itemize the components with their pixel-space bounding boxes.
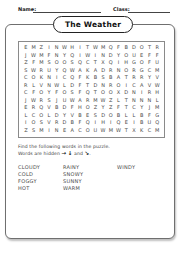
- grid-cell: X: [115, 89, 123, 97]
- grid-cell: T: [92, 89, 100, 97]
- grid-cell: S: [68, 89, 76, 97]
- grid-cell: Q: [84, 89, 92, 97]
- grid-cell: W: [61, 44, 69, 52]
- grid-cell: F: [153, 52, 161, 60]
- grid-cell: Q: [153, 119, 161, 127]
- grid-cell: O: [84, 104, 92, 112]
- grid-cell: E: [61, 127, 69, 135]
- grid-cell: U: [130, 52, 138, 60]
- grid-cell: C: [84, 59, 92, 67]
- grid-cell: O: [30, 119, 38, 127]
- grid-cell: X: [99, 59, 107, 67]
- grid-cell: O: [138, 44, 146, 52]
- grid-cell: S: [68, 59, 76, 67]
- word-list-item: WARM: [63, 185, 83, 192]
- grid-cell: B: [76, 112, 84, 120]
- grid-cell: Q: [107, 44, 115, 52]
- grid-cell: W: [153, 82, 161, 90]
- grid-cell: Z: [22, 59, 30, 67]
- grid-cell: F: [76, 119, 84, 127]
- grid-cell: E: [22, 104, 30, 112]
- grid-cell: O: [138, 59, 146, 67]
- grid-cell: N: [53, 52, 61, 60]
- grid-cell: M: [37, 127, 45, 135]
- grid-cell: W: [30, 52, 38, 60]
- word-list-column-3: WINDY: [117, 164, 135, 171]
- worksheet-page: { "game": "word-search", "header": { "na…: [0, 0, 180, 255]
- grid-cell: C: [30, 112, 38, 120]
- grid-cell: J: [53, 97, 61, 105]
- grid-cell: B: [53, 104, 61, 112]
- grid-cell: N: [99, 82, 107, 90]
- instructions-and-word: and: [74, 151, 83, 156]
- class-blank-line: [128, 11, 170, 13]
- grid-cell: J: [22, 97, 30, 105]
- grid-cell: L: [30, 82, 38, 90]
- grid-cell: E: [138, 52, 146, 60]
- grid-cell: Y: [61, 112, 69, 120]
- grid-cell: L: [122, 112, 130, 120]
- grid-cell: Z: [107, 104, 115, 112]
- grid-cell: C: [61, 74, 69, 82]
- grid-cell: I: [53, 74, 61, 82]
- grid-cell: C: [130, 82, 138, 90]
- grid-cell: R: [22, 82, 30, 90]
- grid-cell: M: [153, 127, 161, 135]
- grid-cell: M: [92, 97, 100, 105]
- grid-cell: W: [68, 67, 76, 75]
- grid-cell: I: [45, 127, 53, 135]
- grid-cell: T: [122, 104, 130, 112]
- grid-cell: B: [122, 44, 130, 52]
- grid-cell: I: [138, 89, 146, 97]
- grid-cell: O: [122, 67, 130, 75]
- word-list-item: RAINY: [63, 164, 83, 171]
- grid-cell: Q: [76, 59, 84, 67]
- grid-cell: O: [122, 52, 130, 60]
- grid-cell: F: [53, 89, 61, 97]
- grid-cell: M: [99, 44, 107, 52]
- puzzle-grid-box: EMZINWHITWMQFBDOTRJWMFNYQIWINDYOUEFFZFMS…: [18, 41, 165, 138]
- grid-cell: T: [122, 127, 130, 135]
- grid-cell: F: [146, 52, 154, 60]
- grid-cell: R: [37, 67, 45, 75]
- grid-cell: C: [22, 74, 30, 82]
- grid-cell: Z: [22, 127, 30, 135]
- grid-cell: D: [53, 112, 61, 120]
- grid-cell: M: [153, 104, 161, 112]
- grid-cell: W: [53, 82, 61, 90]
- grid-cell: D: [61, 104, 69, 112]
- grid-cell: A: [76, 97, 84, 105]
- grid-cell: O: [37, 89, 45, 97]
- grid-cell: F: [30, 89, 38, 97]
- grid-cell: R: [146, 89, 154, 97]
- grid-cell: U: [146, 119, 154, 127]
- grid-cell: Z: [37, 44, 45, 52]
- grid-cell: C: [76, 127, 84, 135]
- grid-cell: D: [130, 44, 138, 52]
- grid-cell: Y: [138, 104, 146, 112]
- grid-cell: E: [122, 119, 130, 127]
- grid-cell: N: [130, 97, 138, 105]
- grid-cell: I: [122, 82, 130, 90]
- grid-cell: N: [53, 44, 61, 52]
- grid-cell: C: [146, 127, 154, 135]
- grid-cell: M: [30, 44, 38, 52]
- grid-cell: N: [45, 82, 53, 90]
- grid-cell: K: [138, 127, 146, 135]
- grid-cell: F: [76, 82, 84, 90]
- grid-cell: A: [138, 82, 146, 90]
- grid-cell: N: [99, 52, 107, 60]
- word-list-item: SNOWY: [63, 171, 83, 178]
- grid-cell: I: [92, 52, 100, 60]
- title-banner: The Weather: [53, 16, 133, 33]
- grid-cell: V: [153, 74, 161, 82]
- grid-cell: D: [99, 67, 107, 75]
- grid-cell: R: [130, 67, 138, 75]
- grid-cell: N: [115, 67, 123, 75]
- worksheet-border: EMZINWHITWMQFBDOTRJWMFNYQIWINDYOUEFFZFMS…: [5, 24, 175, 239]
- grid-cell: V: [146, 82, 154, 90]
- grid-cell: Y: [99, 104, 107, 112]
- grid-cell: W: [30, 97, 38, 105]
- grid-cell: C: [22, 89, 30, 97]
- grid-cell: U: [61, 97, 69, 105]
- grid-cell: W: [99, 97, 107, 105]
- grid-cell: H: [122, 59, 130, 67]
- grid-cell: K: [84, 67, 92, 75]
- grid-cell: M: [37, 52, 45, 60]
- word-list-item: SUNNY: [63, 178, 83, 185]
- grid-cell: N: [53, 127, 61, 135]
- word-list-item: CLOUDY: [18, 164, 40, 171]
- grid-cell: W: [68, 97, 76, 105]
- grid-cell: L: [130, 112, 138, 120]
- instructions-line1: Find the following words in the puzzle.: [18, 144, 110, 149]
- grid-cell: Q: [107, 59, 115, 67]
- grid-cell: H: [76, 104, 84, 112]
- grid-cell: O: [37, 112, 45, 120]
- grid-cell: D: [107, 52, 115, 60]
- grid-cell: Q: [115, 119, 123, 127]
- grid-cell: D: [92, 82, 100, 90]
- grid-cell: O: [61, 59, 69, 67]
- grid-cell: O: [30, 74, 38, 82]
- grid-cell: Z: [107, 97, 115, 105]
- grid-cell: D: [99, 112, 107, 120]
- grid-cell: B: [115, 112, 123, 120]
- grid-cell: J: [146, 104, 154, 112]
- grid-cell: Y: [146, 74, 154, 82]
- grid-cell: O: [61, 89, 69, 97]
- grid-cell: L: [61, 82, 69, 90]
- grid-cell: L: [22, 112, 30, 120]
- grid-cell: A: [92, 67, 100, 75]
- grid-cell: F: [45, 52, 53, 60]
- grid-cell: S: [45, 97, 53, 105]
- grid-cell: S: [99, 74, 107, 82]
- grid-cell: A: [68, 127, 76, 135]
- grid-cell: H: [153, 89, 161, 97]
- grid-cell: Q: [37, 104, 45, 112]
- grid-cell: F: [146, 59, 154, 67]
- grid-cell: N: [45, 74, 53, 82]
- grid-cell: T: [146, 44, 154, 52]
- name-blank-line: [33, 11, 101, 13]
- grid-cell: R: [130, 74, 138, 82]
- grid-cell: S: [92, 112, 100, 120]
- grid-cell: F: [115, 44, 123, 52]
- grid-cell: N: [146, 97, 154, 105]
- instructions-line2-text: Words are hidden: [18, 151, 60, 156]
- grid-cell: T: [84, 82, 92, 90]
- grid-cell: T: [84, 44, 92, 52]
- grid-cell: R: [107, 82, 115, 90]
- grid-cell: A: [115, 74, 123, 82]
- grid-cell: C: [146, 67, 154, 75]
- grid-cell: M: [37, 59, 45, 67]
- grid-cell: F: [146, 112, 154, 120]
- grid-cell: Q: [84, 119, 92, 127]
- grid-cell: V: [37, 82, 45, 90]
- grid-cell: A: [76, 67, 84, 75]
- grid-cell: I: [115, 59, 123, 67]
- grid-cell: F: [30, 59, 38, 67]
- grid-cell: T: [122, 97, 130, 105]
- grid-cell: O: [107, 112, 115, 120]
- grid-cell: W: [99, 127, 107, 135]
- instructions-line2: Words are hidden → ↓ and ↘.: [18, 150, 91, 156]
- word-list-item: WINDY: [117, 164, 135, 171]
- grid-cell: Z: [92, 104, 100, 112]
- grid-cell: W: [30, 67, 38, 75]
- grid-cell: I: [92, 119, 100, 127]
- grid-cell: K: [37, 74, 45, 82]
- grid-cell: N: [130, 89, 138, 97]
- grid-cell: Y: [61, 52, 69, 60]
- grid-cell: T: [122, 74, 130, 82]
- grid-cell: W: [115, 127, 123, 135]
- grid-cell: I: [22, 119, 30, 127]
- grid-cell: E: [22, 44, 30, 52]
- grid-cell: B: [92, 74, 100, 82]
- grid-cell: K: [84, 74, 92, 82]
- grid-cell: B: [68, 119, 76, 127]
- grid-cell: D: [61, 119, 69, 127]
- grid-cell: O: [115, 82, 123, 90]
- grid-cell: L: [115, 97, 123, 105]
- grid-cell: Y: [115, 52, 123, 60]
- word-list-column-1: CLOUDYCOLDFOGGYHOT: [18, 164, 40, 192]
- grid-cell: Y: [45, 89, 53, 97]
- grid-cell: S: [30, 127, 38, 135]
- grid-cell: B: [107, 74, 115, 82]
- grid-cell: B: [138, 112, 146, 120]
- grid-cell: S: [45, 59, 53, 67]
- word-list-item: FOGGY: [18, 178, 40, 185]
- grid-cell: I: [76, 52, 84, 60]
- grid-cell: R: [138, 74, 146, 82]
- grid-cell: R: [37, 97, 45, 105]
- grid-cell: U: [153, 59, 161, 67]
- grid-cell: O: [84, 127, 92, 135]
- grid-cell: U: [45, 67, 53, 75]
- grid-cell: V: [45, 104, 53, 112]
- grid-cell: F: [76, 89, 84, 97]
- grid-cell: O: [99, 89, 107, 97]
- grid-cell: R: [53, 119, 61, 127]
- grid-cell: H: [68, 44, 76, 52]
- grid-cell: T: [92, 59, 100, 67]
- grid-cell: F: [76, 74, 84, 82]
- grid-cell: Q: [68, 52, 76, 60]
- grid-cell: M: [153, 67, 161, 75]
- grid-cell: R: [153, 44, 161, 52]
- grid-cell: N: [138, 97, 146, 105]
- grid-cell: C: [130, 104, 138, 112]
- grid-cell: I: [45, 44, 53, 52]
- grid-cell: D: [68, 82, 76, 90]
- grid-cell: W: [92, 44, 100, 52]
- grid-cell: R: [107, 67, 115, 75]
- grid-cell: W: [84, 52, 92, 60]
- instructions-period: .: [89, 151, 91, 156]
- grid-cell: J: [22, 52, 30, 60]
- grid-cell: V: [68, 112, 76, 120]
- word-list-item: COLD: [18, 171, 40, 178]
- grid-cell: S: [37, 119, 45, 127]
- grid-cell: U: [92, 127, 100, 135]
- grid-cell: F: [115, 104, 123, 112]
- grid-cell: D: [122, 89, 130, 97]
- grid-cell: R: [30, 104, 38, 112]
- grid-cell: S: [22, 67, 30, 75]
- word-list-column-2: RAINYSNOWYSUNNYWARM: [63, 164, 83, 192]
- grid-cell: H: [99, 119, 107, 127]
- grid-cell: I: [107, 119, 115, 127]
- grid-cell: V: [45, 119, 53, 127]
- word-list-item: HOT: [18, 185, 40, 192]
- grid-cell: E: [84, 112, 92, 120]
- grid-cell: F: [68, 104, 76, 112]
- grid-cell: Y: [53, 67, 61, 75]
- grid-cell: Q: [61, 67, 69, 75]
- grid-cell: X: [130, 127, 138, 135]
- down-arrow-icon: ↓: [68, 150, 73, 156]
- grid-cell: B: [138, 119, 146, 127]
- grid-cell: R: [84, 97, 92, 105]
- grid-cell: Q: [68, 74, 76, 82]
- grid-cell: M: [107, 127, 115, 135]
- grid-cell: I: [76, 44, 84, 52]
- letter-grid: EMZINWHITWMQFBDOTRJWMFNYQIWINDYOUEFFZFMS…: [22, 44, 161, 134]
- page-title: The Weather: [65, 20, 121, 29]
- grid-cell: G: [153, 112, 161, 120]
- grid-cell: L: [153, 97, 161, 105]
- grid-cell: G: [138, 67, 146, 75]
- grid-cell: O: [53, 59, 61, 67]
- right-arrow-icon: →: [61, 150, 66, 156]
- grid-cell: L: [45, 112, 53, 120]
- grid-cell: I: [130, 119, 138, 127]
- grid-cell: G: [130, 59, 138, 67]
- grid-cell: O: [107, 89, 115, 97]
